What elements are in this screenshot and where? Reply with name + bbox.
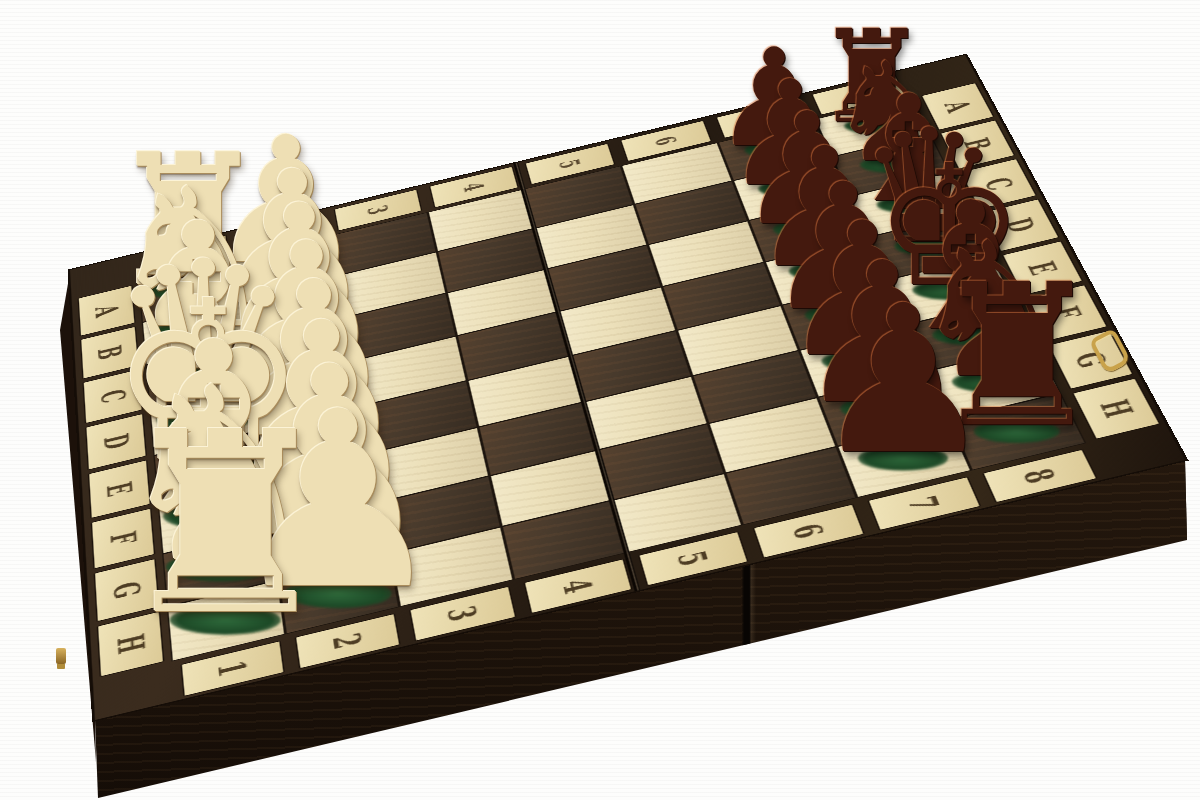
piece-black-pawn-h7[interactable]: ♟	[812, 279, 995, 483]
rank-label-near-6-text: 6	[788, 521, 829, 542]
rank-label-near-3-text: 3	[443, 603, 483, 624]
rank-label-near-5-text: 5	[673, 548, 714, 569]
chess-photo-scene: AA11BB22CC33DD44EE55FF66GG77HH88 ♜♞♝♛♚♝♞…	[0, 0, 1200, 800]
rank-label-near-4-text: 4	[558, 575, 598, 596]
piece-white-rook-h1[interactable]: ♜	[113, 399, 338, 650]
rank-label-far-4-text: 4	[460, 180, 488, 193]
rank-label-far-6-text: 6	[651, 134, 680, 147]
rank-label-far-5-text: 5	[556, 157, 584, 170]
brass-hinge-pin	[56, 648, 66, 664]
